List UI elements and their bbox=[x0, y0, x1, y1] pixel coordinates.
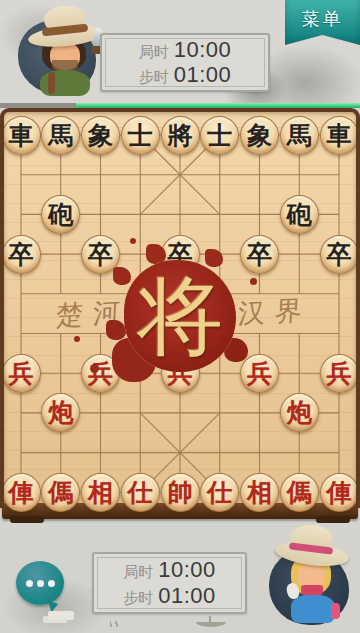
piece-character: 馬 bbox=[287, 123, 312, 148]
piece-black-advisor[interactable]: 士 bbox=[121, 116, 160, 155]
piece-character: 炮 bbox=[287, 400, 312, 425]
piece-red-rook[interactable]: 俥 bbox=[2, 473, 41, 512]
piece-character: 傌 bbox=[48, 480, 73, 505]
paper-decoration bbox=[48, 611, 74, 620]
piece-black-general[interactable]: 將 bbox=[161, 116, 200, 155]
piece-character: 象 bbox=[88, 123, 113, 148]
ink-splash-decoration bbox=[130, 238, 136, 244]
move-time-label: 步时 bbox=[123, 590, 153, 607]
piece-black-cannon[interactable]: 砲 bbox=[280, 195, 319, 234]
xiangqi-game-screen: 局时 10:00 步时 01:00 菜单 bbox=[0, 0, 360, 633]
check-stamp: 将 bbox=[124, 260, 236, 372]
chat-bubble-icon bbox=[16, 561, 64, 605]
piece-character: 將 bbox=[168, 123, 193, 148]
move-time-row: 步时 01:00 bbox=[123, 584, 216, 608]
piece-red-soldier[interactable]: 兵 bbox=[320, 354, 359, 393]
piece-character: 車 bbox=[327, 123, 352, 148]
piece-character: 仕 bbox=[128, 480, 153, 505]
piece-red-rook[interactable]: 俥 bbox=[320, 473, 359, 512]
piece-red-horse[interactable]: 傌 bbox=[41, 473, 80, 512]
opponent-timer-panel: 局时 10:00 步时 01:00 bbox=[100, 33, 270, 92]
game-time-row: 局时 10:00 bbox=[123, 558, 216, 582]
piece-character: 炮 bbox=[48, 400, 73, 425]
piece-character: 俥 bbox=[327, 480, 352, 505]
boat-decoration bbox=[196, 622, 226, 627]
piece-black-soldier[interactable]: 卒 bbox=[2, 235, 41, 274]
top-player-panel: 局时 10:00 步时 01:00 菜单 bbox=[0, 0, 360, 103]
piece-red-soldier[interactable]: 兵 bbox=[240, 354, 279, 393]
piece-character: 仕 bbox=[207, 480, 232, 505]
piece-character: 士 bbox=[128, 123, 153, 148]
piece-black-horse[interactable]: 馬 bbox=[41, 116, 80, 155]
piece-character: 帥 bbox=[168, 480, 193, 505]
move-time-row: 步时 01:00 bbox=[139, 63, 232, 87]
piece-character: 卒 bbox=[9, 242, 34, 267]
ink-splash-decoration bbox=[250, 278, 257, 285]
piece-character: 俥 bbox=[9, 480, 34, 505]
piece-character: 砲 bbox=[287, 202, 312, 227]
piece-black-elephant[interactable]: 象 bbox=[240, 116, 279, 155]
game-time-value: 10:00 bbox=[158, 558, 216, 582]
piece-character: 相 bbox=[247, 480, 272, 505]
move-time-value: 01:00 bbox=[158, 584, 216, 608]
avatar-shirt bbox=[291, 595, 335, 623]
piece-red-elephant[interactable]: 相 bbox=[81, 473, 120, 512]
ink-splash-decoration bbox=[90, 364, 99, 373]
chat-dot bbox=[26, 580, 33, 587]
piece-character: 馬 bbox=[48, 123, 73, 148]
menu-button[interactable]: 菜单 bbox=[285, 0, 360, 45]
reeds-decoration bbox=[110, 621, 132, 627]
chat-dot bbox=[48, 580, 55, 587]
player-timer-panel: 局时 10:00 步时 01:00 bbox=[92, 552, 247, 614]
piece-character: 兵 bbox=[327, 361, 352, 386]
xiangqi-board[interactable]: 楚河 汉界 車馬象士將士象馬車砲砲卒卒卒卒卒兵兵兵兵兵炮炮俥傌相仕帥仕相傌俥 将 bbox=[0, 108, 360, 523]
move-time-value: 01:00 bbox=[174, 63, 232, 87]
piece-character: 車 bbox=[9, 123, 34, 148]
piece-black-rook[interactable]: 車 bbox=[320, 116, 359, 155]
piece-character: 卒 bbox=[247, 242, 272, 267]
piece-red-cannon[interactable]: 炮 bbox=[280, 393, 319, 432]
piece-black-rook[interactable]: 車 bbox=[2, 116, 41, 155]
game-time-label: 局时 bbox=[123, 564, 153, 581]
piece-red-elephant[interactable]: 相 bbox=[240, 473, 279, 512]
chat-button[interactable] bbox=[14, 559, 70, 615]
game-time-row: 局时 10:00 bbox=[139, 38, 232, 62]
piece-black-soldier[interactable]: 卒 bbox=[240, 235, 279, 274]
piece-character: 卒 bbox=[327, 242, 352, 267]
game-time-value: 10:00 bbox=[174, 38, 232, 62]
piece-character: 傌 bbox=[287, 480, 312, 505]
piece-black-advisor[interactable]: 士 bbox=[200, 116, 239, 155]
piece-red-general[interactable]: 帥 bbox=[161, 473, 200, 512]
piece-character: 象 bbox=[247, 123, 272, 148]
game-time-label: 局时 bbox=[139, 44, 169, 61]
check-stamp-character: 将 bbox=[137, 273, 223, 359]
piece-character: 卒 bbox=[88, 242, 113, 267]
bottom-player-panel: 局时 10:00 步时 01:00 bbox=[0, 523, 360, 633]
piece-character: 兵 bbox=[9, 361, 34, 386]
piece-character: 士 bbox=[207, 123, 232, 148]
piece-red-cannon[interactable]: 炮 bbox=[41, 393, 80, 432]
piece-black-soldier[interactable]: 卒 bbox=[320, 235, 359, 274]
avatar-armband bbox=[331, 603, 340, 619]
piece-red-horse[interactable]: 傌 bbox=[280, 473, 319, 512]
piece-black-elephant[interactable]: 象 bbox=[81, 116, 120, 155]
menu-label: 菜单 bbox=[302, 7, 344, 45]
piece-red-advisor[interactable]: 仕 bbox=[200, 473, 239, 512]
piece-character: 相 bbox=[88, 480, 113, 505]
player-avatar[interactable] bbox=[265, 525, 357, 631]
avatar-suspender bbox=[48, 72, 55, 94]
opponent-avatar[interactable] bbox=[14, 2, 114, 102]
piece-character: 兵 bbox=[247, 361, 272, 386]
ink-splash-decoration bbox=[74, 336, 80, 342]
chat-dot bbox=[37, 580, 44, 587]
piece-red-soldier[interactable]: 兵 bbox=[81, 354, 120, 393]
piece-black-soldier[interactable]: 卒 bbox=[81, 235, 120, 274]
piece-red-advisor[interactable]: 仕 bbox=[121, 473, 160, 512]
piece-black-horse[interactable]: 馬 bbox=[280, 116, 319, 155]
piece-red-soldier[interactable]: 兵 bbox=[2, 354, 41, 393]
move-time-label: 步时 bbox=[139, 69, 169, 86]
piece-character: 砲 bbox=[48, 202, 73, 227]
piece-black-cannon[interactable]: 砲 bbox=[41, 195, 80, 234]
